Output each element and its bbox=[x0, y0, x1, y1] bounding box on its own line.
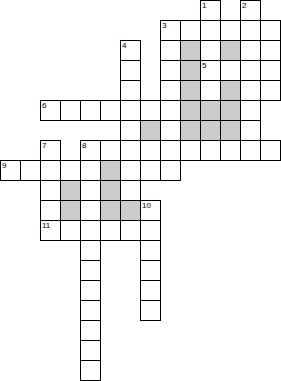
letter-cell[interactable] bbox=[40, 140, 61, 161]
blocked-cell bbox=[60, 180, 81, 201]
letter-cell[interactable] bbox=[180, 140, 201, 161]
letter-cell[interactable] bbox=[260, 80, 281, 101]
letter-cell[interactable] bbox=[120, 140, 141, 161]
letter-cell[interactable] bbox=[260, 140, 281, 161]
letter-cell[interactable] bbox=[80, 200, 101, 221]
letter-cell[interactable] bbox=[240, 40, 261, 61]
letter-cell[interactable] bbox=[100, 140, 121, 161]
letter-cell[interactable] bbox=[140, 260, 161, 281]
letter-cell[interactable] bbox=[160, 100, 181, 121]
letter-cell[interactable] bbox=[140, 280, 161, 301]
letter-cell[interactable] bbox=[80, 300, 101, 321]
crossword-board: 1234567891011 bbox=[0, 0, 281, 381]
letter-cell[interactable] bbox=[200, 40, 221, 61]
blocked-cell bbox=[180, 100, 201, 121]
letter-cell[interactable] bbox=[80, 340, 101, 361]
blocked-cell bbox=[200, 120, 221, 141]
letter-cell[interactable] bbox=[140, 300, 161, 321]
blocked-cell bbox=[220, 120, 241, 141]
letter-cell[interactable] bbox=[140, 100, 161, 121]
letter-cell[interactable] bbox=[120, 40, 141, 61]
letter-cell[interactable] bbox=[120, 120, 141, 141]
letter-cell[interactable] bbox=[160, 40, 181, 61]
letter-cell[interactable] bbox=[80, 360, 101, 381]
letter-cell[interactable] bbox=[40, 180, 61, 201]
letter-cell[interactable] bbox=[100, 100, 121, 121]
letter-cell[interactable] bbox=[140, 240, 161, 261]
letter-cell[interactable] bbox=[200, 0, 221, 21]
letter-cell[interactable] bbox=[60, 160, 81, 181]
letter-cell[interactable] bbox=[260, 20, 281, 41]
letter-cell[interactable] bbox=[220, 140, 241, 161]
letter-cell[interactable] bbox=[240, 100, 261, 121]
letter-cell[interactable] bbox=[140, 140, 161, 161]
letter-cell[interactable] bbox=[80, 280, 101, 301]
blocked-cell bbox=[100, 160, 121, 181]
blocked-cell bbox=[140, 120, 161, 141]
letter-cell[interactable] bbox=[180, 20, 201, 41]
letter-cell[interactable] bbox=[40, 160, 61, 181]
letter-cell[interactable] bbox=[260, 40, 281, 61]
letter-cell[interactable] bbox=[80, 220, 101, 241]
letter-cell[interactable] bbox=[120, 80, 141, 101]
blocked-cell bbox=[220, 80, 241, 101]
letter-cell[interactable] bbox=[200, 80, 221, 101]
letter-cell[interactable] bbox=[80, 180, 101, 201]
letter-cell[interactable] bbox=[140, 220, 161, 241]
letter-cell[interactable] bbox=[20, 160, 41, 181]
letter-cell[interactable] bbox=[160, 140, 181, 161]
letter-cell[interactable] bbox=[60, 100, 81, 121]
letter-cell[interactable] bbox=[220, 20, 241, 41]
blocked-cell bbox=[220, 40, 241, 61]
letter-cell[interactable] bbox=[120, 180, 141, 201]
letter-cell[interactable] bbox=[240, 140, 261, 161]
letter-cell[interactable] bbox=[140, 200, 161, 221]
blocked-cell bbox=[120, 200, 141, 221]
blocked-cell bbox=[180, 80, 201, 101]
letter-cell[interactable] bbox=[160, 120, 181, 141]
letter-cell[interactable] bbox=[0, 160, 21, 181]
blocked-cell bbox=[180, 40, 201, 61]
letter-cell[interactable] bbox=[120, 100, 141, 121]
letter-cell[interactable] bbox=[240, 20, 261, 41]
letter-cell[interactable] bbox=[160, 60, 181, 81]
blocked-cell bbox=[200, 100, 221, 121]
letter-cell[interactable] bbox=[200, 60, 221, 81]
letter-cell[interactable] bbox=[160, 80, 181, 101]
letter-cell[interactable] bbox=[80, 320, 101, 341]
letter-cell[interactable] bbox=[40, 220, 61, 241]
letter-cell[interactable] bbox=[120, 220, 141, 241]
letter-cell[interactable] bbox=[100, 220, 121, 241]
blocked-cell bbox=[180, 60, 201, 81]
letter-cell[interactable] bbox=[260, 60, 281, 81]
letter-cell[interactable] bbox=[80, 140, 101, 161]
letter-cell[interactable] bbox=[120, 160, 141, 181]
letter-cell[interactable] bbox=[40, 200, 61, 221]
blocked-cell bbox=[220, 100, 241, 121]
blocked-cell bbox=[180, 120, 201, 141]
letter-cell[interactable] bbox=[220, 60, 241, 81]
letter-cell[interactable] bbox=[160, 20, 181, 41]
letter-cell[interactable] bbox=[240, 80, 261, 101]
blocked-cell bbox=[60, 200, 81, 221]
letter-cell[interactable] bbox=[80, 260, 101, 281]
letter-cell[interactable] bbox=[80, 100, 101, 121]
letter-cell[interactable] bbox=[60, 220, 81, 241]
letter-cell[interactable] bbox=[140, 160, 161, 181]
letter-cell[interactable] bbox=[120, 60, 141, 81]
letter-cell[interactable] bbox=[80, 160, 101, 181]
letter-cell[interactable] bbox=[40, 100, 61, 121]
letter-cell[interactable] bbox=[240, 60, 261, 81]
letter-cell[interactable] bbox=[240, 0, 261, 21]
letter-cell[interactable] bbox=[200, 140, 221, 161]
blocked-cell bbox=[100, 200, 121, 221]
letter-cell[interactable] bbox=[240, 120, 261, 141]
letter-cell[interactable] bbox=[80, 240, 101, 261]
blocked-cell bbox=[100, 180, 121, 201]
letter-cell[interactable] bbox=[160, 160, 181, 181]
letter-cell[interactable] bbox=[200, 20, 221, 41]
